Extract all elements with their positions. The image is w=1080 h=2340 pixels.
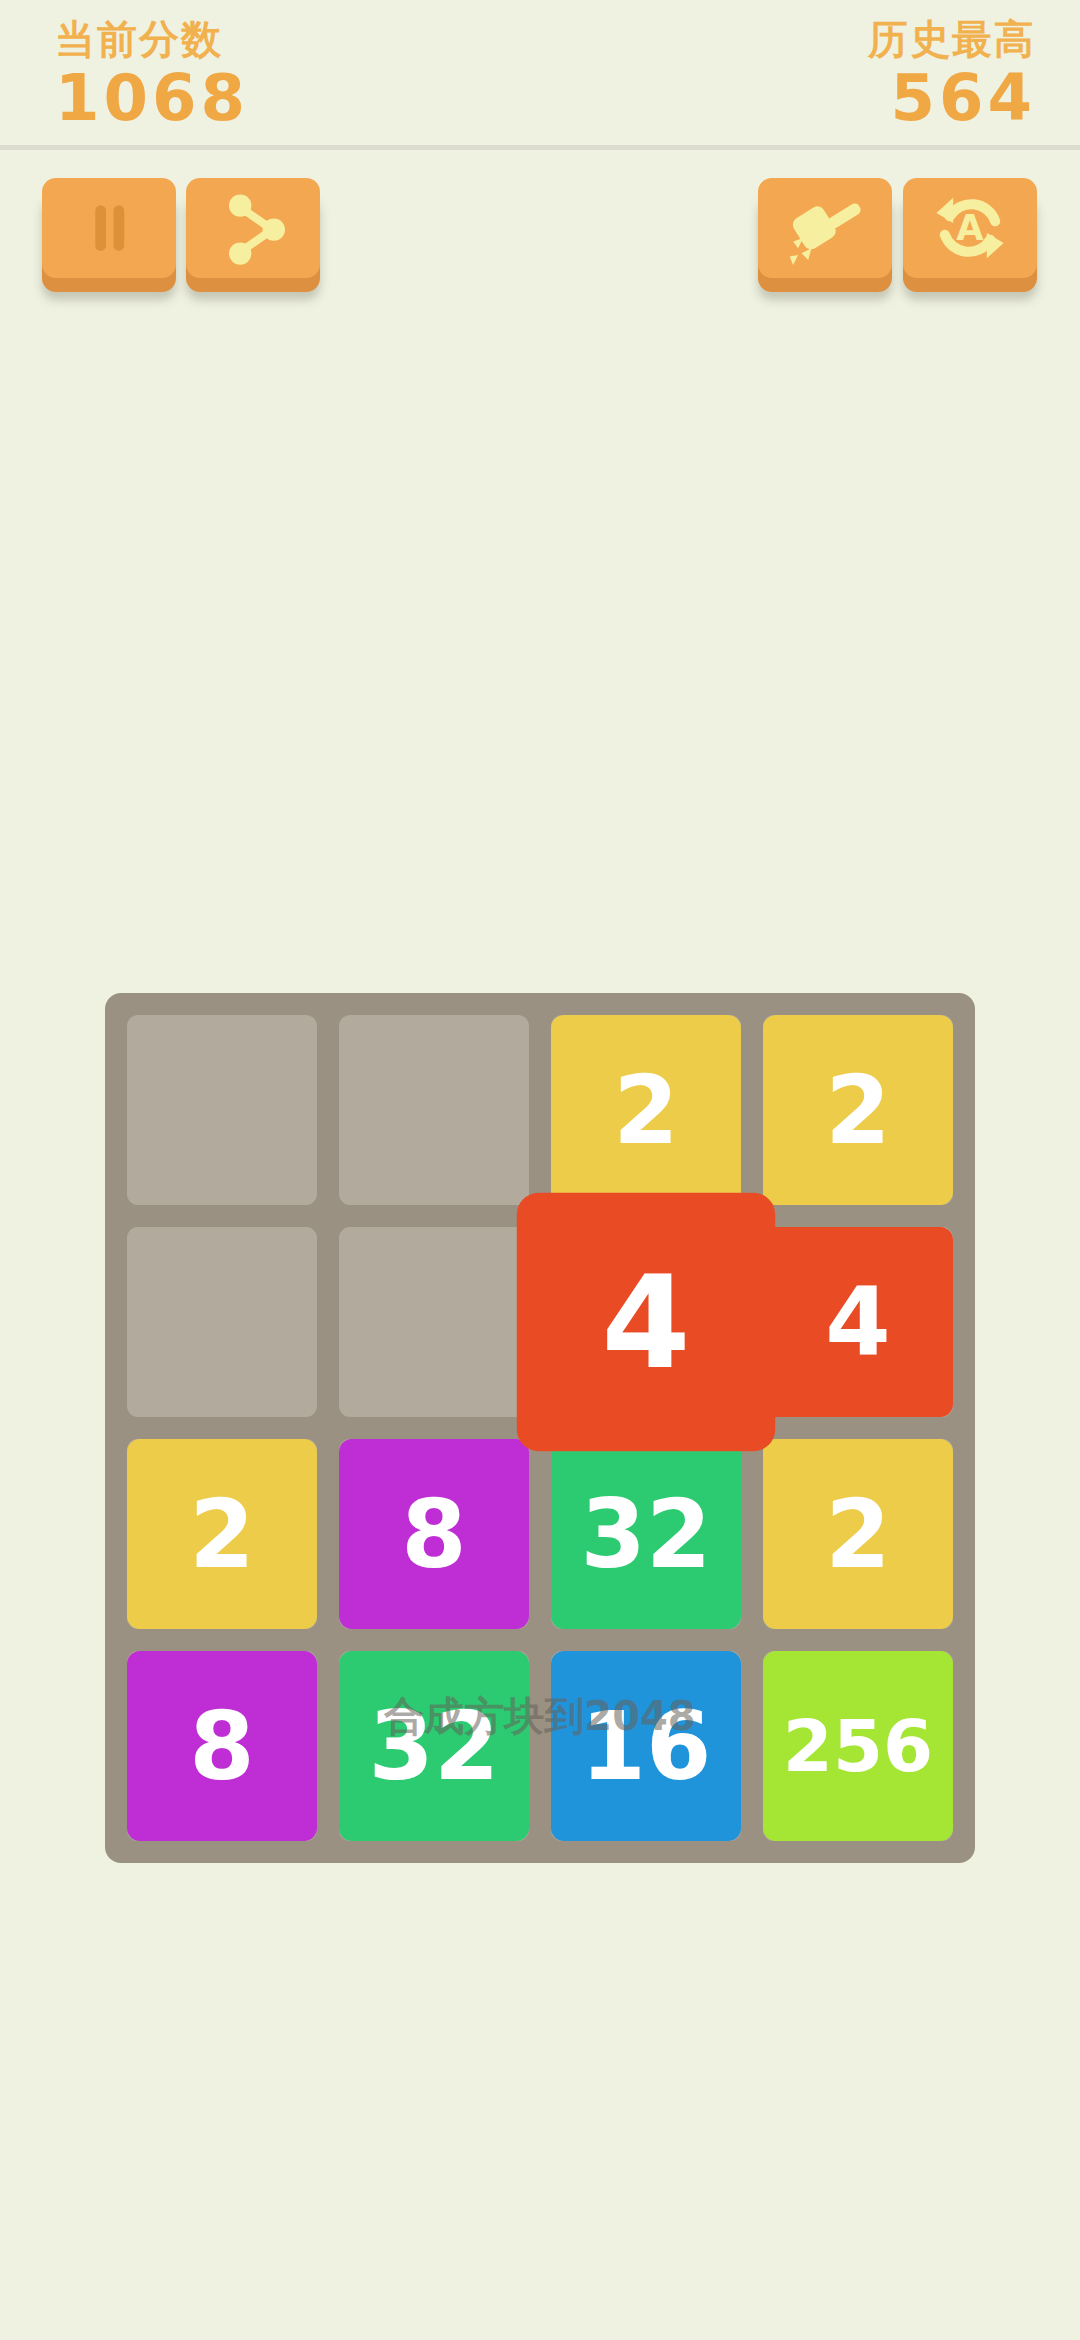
svg-text:A: A <box>956 207 984 248</box>
tile-8: 8 <box>339 1439 529 1629</box>
tile-8: 8 <box>127 1651 317 1841</box>
board-2048[interactable]: 合成方块到2048 22442832283216256 <box>105 993 975 1863</box>
tile-32: 32 <box>339 1651 529 1841</box>
board-cell <box>127 1015 317 1205</box>
current-score-value: 1068 <box>55 66 249 130</box>
best-score-value: 564 <box>868 66 1036 130</box>
best-score-block: 历史最高 564 <box>868 16 1036 130</box>
tile-32: 32 <box>551 1439 741 1629</box>
pause-button[interactable] <box>42 178 176 278</box>
tile-4: 4 <box>517 1193 775 1451</box>
current-score-block: 当前分数 1068 <box>55 16 249 130</box>
tile-2: 2 <box>763 1439 953 1629</box>
board-cell <box>339 1015 529 1205</box>
tile-4: 4 <box>763 1227 953 1417</box>
score-header: 当前分数 1068 历史最高 564 <box>0 0 1080 145</box>
header-divider <box>0 145 1080 150</box>
share-icon <box>213 188 293 268</box>
current-score-label: 当前分数 <box>55 16 249 62</box>
auto-restart-button[interactable]: A <box>903 178 1037 278</box>
tile-16: 16 <box>551 1651 741 1841</box>
board-cell <box>339 1227 529 1417</box>
hammer-button[interactable] <box>758 178 892 278</box>
best-score-label: 历史最高 <box>868 16 1036 62</box>
tile-2: 2 <box>551 1015 741 1205</box>
board-cell <box>127 1227 317 1417</box>
refresh-a-icon: A <box>928 186 1012 270</box>
share-button[interactable] <box>186 178 320 278</box>
hammer-icon <box>783 186 867 270</box>
tile-256: 256 <box>763 1651 953 1841</box>
screen: 当前分数 1068 历史最高 564 <box>0 0 1080 2340</box>
pause-icon <box>71 190 147 266</box>
tile-2: 2 <box>127 1439 317 1629</box>
tile-2: 2 <box>763 1015 953 1205</box>
